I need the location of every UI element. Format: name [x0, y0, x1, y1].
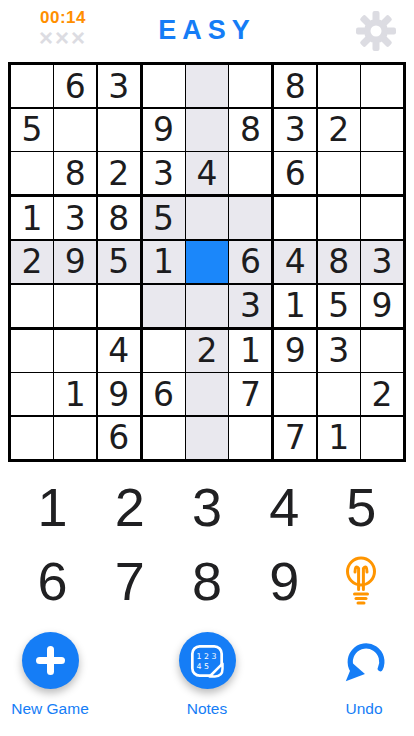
cell-r3c8[interactable] — [318, 152, 360, 194]
cell-r1c4[interactable] — [143, 65, 185, 107]
keypad-digit-4[interactable]: 4 — [246, 476, 323, 538]
cell-r2c6[interactable]: 8 — [229, 109, 271, 151]
keypad-digit-1[interactable]: 1 — [14, 476, 91, 538]
cell-r8c7[interactable] — [274, 373, 316, 415]
cell-r4c4[interactable]: 5 — [143, 197, 185, 239]
keypad-digit-7[interactable]: 7 — [91, 550, 168, 612]
cell-r8c8[interactable] — [318, 373, 360, 415]
box-8: 2167 — [143, 330, 272, 459]
cell-r3c4[interactable]: 3 — [143, 152, 185, 194]
cell-r7c5[interactable]: 2 — [186, 330, 228, 372]
cell-r4c1[interactable]: 1 — [11, 197, 53, 239]
cell-r4c7[interactable] — [274, 197, 316, 239]
cell-r8c1[interactable] — [11, 373, 53, 415]
keypad-digit-2[interactable]: 2 — [91, 476, 168, 538]
cell-r9c9[interactable] — [361, 417, 403, 459]
cell-r6c6[interactable]: 3 — [229, 285, 271, 327]
cell-r9c2[interactable] — [54, 417, 96, 459]
notes-icon: 1 2 3 4 5 — [185, 639, 229, 683]
cell-r8c2[interactable]: 1 — [54, 373, 96, 415]
cell-r4c9[interactable] — [361, 197, 403, 239]
difficulty-title: EASY — [0, 15, 414, 46]
cell-r7c2[interactable] — [54, 330, 96, 372]
keypad-digit-9[interactable]: 9 — [246, 550, 323, 612]
cell-r1c1[interactable] — [11, 65, 53, 107]
cell-r9c6[interactable] — [229, 417, 271, 459]
cell-r5c5[interactable] — [186, 241, 228, 283]
cell-r1c6[interactable] — [229, 65, 271, 107]
cell-r8c6[interactable]: 7 — [229, 373, 271, 415]
box-7: 4196 — [11, 330, 140, 459]
cell-r4c8[interactable] — [318, 197, 360, 239]
cell-r9c5[interactable] — [186, 417, 228, 459]
cell-r8c4[interactable]: 6 — [143, 373, 185, 415]
cell-r9c1[interactable] — [11, 417, 53, 459]
cell-r5c6[interactable]: 6 — [229, 241, 271, 283]
cell-r2c1[interactable]: 5 — [11, 109, 53, 151]
cell-r2c4[interactable]: 9 — [143, 109, 185, 151]
cell-r5c8[interactable]: 8 — [318, 241, 360, 283]
header: 00:14 ××× EASY — [0, 0, 414, 62]
cell-r2c9[interactable] — [361, 109, 403, 151]
cell-r8c3[interactable]: 9 — [98, 373, 140, 415]
box-4: 138295 — [11, 197, 140, 326]
undo-iconbox[interactable] — [336, 632, 393, 689]
cell-r7c9[interactable] — [361, 330, 403, 372]
cell-r3c1[interactable] — [11, 152, 53, 194]
cell-r4c3[interactable]: 8 — [98, 197, 140, 239]
cell-r2c2[interactable] — [54, 109, 96, 151]
cell-r6c9[interactable]: 9 — [361, 285, 403, 327]
cell-r1c7[interactable]: 8 — [274, 65, 316, 107]
cell-r9c3[interactable]: 6 — [98, 417, 140, 459]
cell-r6c3[interactable] — [98, 285, 140, 327]
cell-r1c5[interactable] — [186, 65, 228, 107]
box-1: 63582 — [11, 65, 140, 194]
box-9: 93271 — [274, 330, 403, 459]
cell-r7c7[interactable]: 9 — [274, 330, 316, 372]
keypad-digit-6[interactable]: 6 — [14, 550, 91, 612]
cell-r7c6[interactable]: 1 — [229, 330, 271, 372]
plus-icon — [22, 632, 79, 689]
undo-arrow-icon — [341, 638, 387, 684]
cell-r8c5[interactable] — [186, 373, 228, 415]
notes-label: Notes — [187, 700, 228, 718]
lightbulb-icon — [339, 554, 383, 608]
cell-r6c5[interactable] — [186, 285, 228, 327]
cell-r6c4[interactable] — [143, 285, 185, 327]
cell-r4c5[interactable] — [186, 197, 228, 239]
svg-text:1 2 3: 1 2 3 — [197, 651, 217, 660]
cell-r1c2[interactable]: 6 — [54, 65, 96, 107]
cell-r6c7[interactable]: 1 — [274, 285, 316, 327]
undo-button[interactable]: Undo — [322, 632, 406, 718]
keypad-digit-8[interactable]: 8 — [168, 550, 245, 612]
cell-r7c8[interactable]: 3 — [318, 330, 360, 372]
cell-r1c9[interactable] — [361, 65, 403, 107]
new-game-label: New Game — [11, 700, 89, 718]
cell-r2c3[interactable] — [98, 109, 140, 151]
new-game-button[interactable]: New Game — [8, 632, 92, 718]
undo-label: Undo — [345, 700, 382, 718]
cell-r2c8[interactable]: 2 — [318, 109, 360, 151]
svg-text:4 5: 4 5 — [197, 662, 209, 671]
settings-button[interactable] — [356, 11, 396, 51]
cell-r5c7[interactable]: 4 — [274, 241, 316, 283]
cell-r5c2[interactable]: 9 — [54, 241, 96, 283]
cell-r7c4[interactable] — [143, 330, 185, 372]
cell-r3c5[interactable]: 4 — [186, 152, 228, 194]
cell-r6c2[interactable] — [54, 285, 96, 327]
cell-r6c1[interactable] — [11, 285, 53, 327]
cell-r5c1[interactable]: 2 — [11, 241, 53, 283]
bottom-controls: New Game 1 2 3 4 5 Notes Undo — [8, 632, 406, 718]
notes-button[interactable]: 1 2 3 4 5 Notes — [165, 632, 249, 718]
cell-r8c9[interactable]: 2 — [361, 373, 403, 415]
cell-r1c3[interactable]: 3 — [98, 65, 140, 107]
box-2: 9834 — [143, 65, 272, 194]
new-game-circle[interactable] — [22, 632, 79, 689]
cell-r4c2[interactable]: 3 — [54, 197, 96, 239]
notes-circle[interactable]: 1 2 3 4 5 — [179, 632, 236, 689]
cell-r9c8[interactable]: 1 — [318, 417, 360, 459]
cell-r1c8[interactable] — [318, 65, 360, 107]
box-3: 8326 — [274, 65, 403, 194]
cell-r2c5[interactable] — [186, 109, 228, 151]
cell-r2c7[interactable]: 3 — [274, 109, 316, 151]
cell-r6c8[interactable]: 5 — [318, 285, 360, 327]
hint-button[interactable] — [323, 550, 400, 612]
sudoku-board: 6358298348326138295516348315941962167932… — [8, 62, 406, 462]
keypad-digit-5[interactable]: 5 — [323, 476, 400, 538]
number-keypad: 1 2 3 4 5 6 7 8 9 — [14, 476, 400, 612]
cell-r9c4[interactable] — [143, 417, 185, 459]
cell-r3c2[interactable]: 8 — [54, 152, 96, 194]
cell-r5c3[interactable]: 5 — [98, 241, 140, 283]
box-5: 5163 — [143, 197, 272, 326]
cell-r7c1[interactable] — [11, 330, 53, 372]
cell-r3c9[interactable] — [361, 152, 403, 194]
cell-r5c9[interactable]: 3 — [361, 241, 403, 283]
cell-r3c3[interactable]: 2 — [98, 152, 140, 194]
cell-r9c7[interactable]: 7 — [274, 417, 316, 459]
keypad-digit-3[interactable]: 3 — [168, 476, 245, 538]
cell-r7c3[interactable]: 4 — [98, 330, 140, 372]
cell-r3c6[interactable] — [229, 152, 271, 194]
cell-r5c4[interactable]: 1 — [143, 241, 185, 283]
cell-r4c6[interactable] — [229, 197, 271, 239]
box-6: 483159 — [274, 197, 403, 326]
cell-r3c7[interactable]: 6 — [274, 152, 316, 194]
gear-icon — [356, 11, 396, 51]
